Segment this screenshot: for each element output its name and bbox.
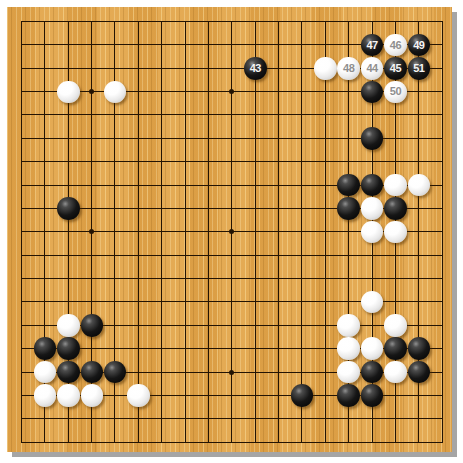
- intersection[interactable]: [337, 430, 360, 453]
- intersection[interactable]: [33, 10, 56, 33]
- intersection[interactable]: [57, 384, 80, 407]
- intersection[interactable]: [220, 80, 243, 103]
- intersection[interactable]: [430, 407, 453, 430]
- intersection[interactable]: [430, 80, 453, 103]
- intersection[interactable]: [337, 10, 360, 33]
- intersection[interactable]: [244, 220, 267, 243]
- intersection[interactable]: [337, 197, 360, 220]
- intersection[interactable]: [33, 337, 56, 360]
- intersection[interactable]: [33, 290, 56, 313]
- intersection[interactable]: [314, 314, 337, 337]
- intersection[interactable]: [80, 314, 103, 337]
- intersection[interactable]: [337, 150, 360, 173]
- intersection[interactable]: [244, 127, 267, 150]
- intersection[interactable]: [174, 337, 197, 360]
- intersection[interactable]: [127, 267, 150, 290]
- intersection[interactable]: [57, 127, 80, 150]
- intersection[interactable]: [290, 33, 313, 56]
- intersection[interactable]: [290, 267, 313, 290]
- intersection[interactable]: [337, 384, 360, 407]
- intersection[interactable]: [150, 314, 173, 337]
- intersection[interactable]: [80, 407, 103, 430]
- intersection[interactable]: [337, 33, 360, 56]
- intersection[interactable]: [407, 103, 430, 126]
- intersection[interactable]: [150, 103, 173, 126]
- intersection[interactable]: [10, 103, 33, 126]
- intersection[interactable]: [80, 80, 103, 103]
- intersection[interactable]: [337, 290, 360, 313]
- intersection[interactable]: [360, 407, 383, 430]
- intersection[interactable]: [127, 10, 150, 33]
- intersection[interactable]: [360, 384, 383, 407]
- intersection[interactable]: [150, 430, 173, 453]
- intersection[interactable]: [33, 33, 56, 56]
- intersection[interactable]: [197, 150, 220, 173]
- intersection[interactable]: [57, 244, 80, 267]
- intersection[interactable]: [267, 10, 290, 33]
- intersection[interactable]: [10, 407, 33, 430]
- intersection[interactable]: [267, 337, 290, 360]
- intersection[interactable]: [57, 220, 80, 243]
- intersection[interactable]: [384, 314, 407, 337]
- intersection[interactable]: [197, 407, 220, 430]
- intersection[interactable]: [103, 244, 126, 267]
- intersection[interactable]: [174, 314, 197, 337]
- intersection[interactable]: [33, 127, 56, 150]
- intersection[interactable]: [290, 430, 313, 453]
- intersection[interactable]: [407, 337, 430, 360]
- intersection[interactable]: [174, 174, 197, 197]
- intersection[interactable]: [197, 430, 220, 453]
- intersection[interactable]: 44: [360, 57, 383, 80]
- intersection[interactable]: [127, 314, 150, 337]
- intersection[interactable]: [33, 220, 56, 243]
- intersection[interactable]: [314, 337, 337, 360]
- intersection[interactable]: [220, 407, 243, 430]
- intersection[interactable]: [384, 220, 407, 243]
- intersection[interactable]: [103, 127, 126, 150]
- intersection[interactable]: [430, 337, 453, 360]
- intersection[interactable]: [384, 10, 407, 33]
- intersection[interactable]: [10, 384, 33, 407]
- intersection[interactable]: [127, 127, 150, 150]
- intersection[interactable]: 45: [384, 57, 407, 80]
- intersection[interactable]: [10, 314, 33, 337]
- intersection[interactable]: [197, 33, 220, 56]
- intersection[interactable]: [244, 197, 267, 220]
- intersection[interactable]: [127, 57, 150, 80]
- intersection[interactable]: [150, 150, 173, 173]
- intersection[interactable]: [244, 267, 267, 290]
- intersection[interactable]: [103, 150, 126, 173]
- intersection[interactable]: [384, 174, 407, 197]
- intersection[interactable]: [127, 80, 150, 103]
- intersection[interactable]: [267, 174, 290, 197]
- intersection[interactable]: [103, 384, 126, 407]
- intersection[interactable]: [220, 150, 243, 173]
- intersection[interactable]: [430, 150, 453, 173]
- intersection[interactable]: [290, 10, 313, 33]
- intersection[interactable]: [197, 244, 220, 267]
- intersection[interactable]: [220, 384, 243, 407]
- intersection[interactable]: [360, 267, 383, 290]
- intersection[interactable]: [220, 174, 243, 197]
- intersection[interactable]: [174, 57, 197, 80]
- intersection[interactable]: [80, 103, 103, 126]
- intersection[interactable]: [430, 314, 453, 337]
- intersection[interactable]: [103, 57, 126, 80]
- intersection[interactable]: [430, 197, 453, 220]
- intersection[interactable]: [314, 360, 337, 383]
- intersection[interactable]: [337, 267, 360, 290]
- intersection[interactable]: 46: [384, 33, 407, 56]
- intersection[interactable]: [197, 220, 220, 243]
- intersection[interactable]: [220, 337, 243, 360]
- intersection[interactable]: [57, 407, 80, 430]
- intersection[interactable]: [407, 290, 430, 313]
- intersection[interactable]: [33, 407, 56, 430]
- intersection[interactable]: [267, 33, 290, 56]
- intersection[interactable]: [174, 384, 197, 407]
- intersection[interactable]: [10, 33, 33, 56]
- intersection[interactable]: [57, 314, 80, 337]
- intersection[interactable]: [150, 33, 173, 56]
- intersection[interactable]: [103, 197, 126, 220]
- intersection[interactable]: [337, 314, 360, 337]
- intersection[interactable]: [57, 57, 80, 80]
- intersection[interactable]: [267, 244, 290, 267]
- intersection[interactable]: [10, 10, 33, 33]
- intersection[interactable]: [127, 174, 150, 197]
- intersection[interactable]: [430, 430, 453, 453]
- intersection[interactable]: [33, 267, 56, 290]
- intersection[interactable]: [290, 57, 313, 80]
- intersection[interactable]: [290, 80, 313, 103]
- intersection[interactable]: [244, 337, 267, 360]
- intersection[interactable]: [407, 220, 430, 243]
- intersection[interactable]: [407, 384, 430, 407]
- intersection[interactable]: [33, 314, 56, 337]
- intersection[interactable]: [150, 174, 173, 197]
- intersection[interactable]: [80, 174, 103, 197]
- intersection[interactable]: [103, 360, 126, 383]
- intersection[interactable]: [244, 33, 267, 56]
- intersection[interactable]: [430, 220, 453, 243]
- intersection[interactable]: 50: [384, 80, 407, 103]
- intersection[interactable]: [360, 103, 383, 126]
- intersection[interactable]: [127, 290, 150, 313]
- go-board-grid[interactable]: 474649434844455150: [10, 10, 454, 454]
- intersection[interactable]: [384, 127, 407, 150]
- intersection[interactable]: [244, 407, 267, 430]
- intersection[interactable]: 48: [337, 57, 360, 80]
- intersection[interactable]: [407, 10, 430, 33]
- intersection[interactable]: [57, 103, 80, 126]
- intersection[interactable]: [360, 197, 383, 220]
- intersection[interactable]: [267, 57, 290, 80]
- intersection[interactable]: [220, 244, 243, 267]
- intersection[interactable]: [33, 150, 56, 173]
- intersection[interactable]: [57, 430, 80, 453]
- intersection[interactable]: [314, 244, 337, 267]
- intersection[interactable]: [80, 220, 103, 243]
- intersection[interactable]: [430, 267, 453, 290]
- intersection[interactable]: [290, 127, 313, 150]
- intersection[interactable]: [384, 384, 407, 407]
- intersection[interactable]: [337, 127, 360, 150]
- intersection[interactable]: [267, 127, 290, 150]
- intersection[interactable]: [407, 174, 430, 197]
- intersection[interactable]: [10, 360, 33, 383]
- intersection[interactable]: [430, 127, 453, 150]
- intersection[interactable]: [244, 384, 267, 407]
- intersection[interactable]: [384, 430, 407, 453]
- intersection[interactable]: [150, 407, 173, 430]
- intersection[interactable]: [150, 360, 173, 383]
- intersection[interactable]: [430, 384, 453, 407]
- intersection[interactable]: [337, 220, 360, 243]
- intersection[interactable]: [174, 430, 197, 453]
- intersection[interactable]: [244, 174, 267, 197]
- intersection[interactable]: [220, 360, 243, 383]
- intersection[interactable]: [33, 103, 56, 126]
- intersection[interactable]: [314, 150, 337, 173]
- intersection[interactable]: [430, 244, 453, 267]
- intersection[interactable]: [127, 384, 150, 407]
- intersection[interactable]: [407, 314, 430, 337]
- intersection[interactable]: 47: [360, 33, 383, 56]
- intersection[interactable]: [290, 244, 313, 267]
- intersection[interactable]: [384, 197, 407, 220]
- intersection[interactable]: [407, 360, 430, 383]
- intersection[interactable]: [314, 290, 337, 313]
- intersection[interactable]: [267, 360, 290, 383]
- intersection[interactable]: [314, 10, 337, 33]
- intersection[interactable]: [360, 360, 383, 383]
- intersection[interactable]: [337, 244, 360, 267]
- intersection[interactable]: [430, 10, 453, 33]
- intersection[interactable]: [220, 220, 243, 243]
- intersection[interactable]: [103, 220, 126, 243]
- intersection[interactable]: 49: [407, 33, 430, 56]
- intersection[interactable]: [360, 150, 383, 173]
- intersection[interactable]: [267, 384, 290, 407]
- intersection[interactable]: [267, 267, 290, 290]
- intersection[interactable]: [407, 244, 430, 267]
- intersection[interactable]: [10, 244, 33, 267]
- intersection[interactable]: [337, 174, 360, 197]
- intersection[interactable]: [407, 127, 430, 150]
- intersection[interactable]: [57, 150, 80, 173]
- intersection[interactable]: [197, 337, 220, 360]
- intersection[interactable]: [127, 430, 150, 453]
- intersection[interactable]: [430, 290, 453, 313]
- intersection[interactable]: [337, 103, 360, 126]
- intersection[interactable]: [174, 103, 197, 126]
- intersection[interactable]: [174, 150, 197, 173]
- intersection[interactable]: [244, 430, 267, 453]
- intersection[interactable]: [290, 220, 313, 243]
- intersection[interactable]: [80, 384, 103, 407]
- intersection[interactable]: [290, 360, 313, 383]
- intersection[interactable]: [314, 220, 337, 243]
- intersection[interactable]: [197, 197, 220, 220]
- intersection[interactable]: [150, 290, 173, 313]
- intersection[interactable]: [197, 80, 220, 103]
- intersection[interactable]: [150, 384, 173, 407]
- intersection[interactable]: [57, 267, 80, 290]
- intersection[interactable]: [314, 33, 337, 56]
- intersection[interactable]: [360, 337, 383, 360]
- intersection[interactable]: [220, 197, 243, 220]
- intersection[interactable]: [290, 150, 313, 173]
- intersection[interactable]: [407, 430, 430, 453]
- intersection[interactable]: 43: [244, 57, 267, 80]
- intersection[interactable]: [267, 150, 290, 173]
- intersection[interactable]: [407, 407, 430, 430]
- intersection[interactable]: [174, 267, 197, 290]
- intersection[interactable]: [33, 197, 56, 220]
- intersection[interactable]: [197, 57, 220, 80]
- intersection[interactable]: [174, 244, 197, 267]
- intersection[interactable]: [10, 127, 33, 150]
- intersection[interactable]: [33, 244, 56, 267]
- intersection[interactable]: [197, 267, 220, 290]
- intersection[interactable]: [127, 244, 150, 267]
- intersection[interactable]: [360, 290, 383, 313]
- intersection[interactable]: [267, 220, 290, 243]
- intersection[interactable]: [80, 337, 103, 360]
- intersection[interactable]: [314, 127, 337, 150]
- intersection[interactable]: [127, 33, 150, 56]
- intersection[interactable]: [80, 430, 103, 453]
- intersection[interactable]: [80, 33, 103, 56]
- intersection[interactable]: [360, 127, 383, 150]
- intersection[interactable]: [314, 267, 337, 290]
- intersection[interactable]: [80, 197, 103, 220]
- intersection[interactable]: [314, 57, 337, 80]
- intersection[interactable]: [430, 103, 453, 126]
- intersection[interactable]: [220, 33, 243, 56]
- intersection[interactable]: [57, 360, 80, 383]
- intersection[interactable]: [220, 430, 243, 453]
- intersection[interactable]: [127, 407, 150, 430]
- intersection[interactable]: [430, 33, 453, 56]
- intersection[interactable]: [314, 407, 337, 430]
- intersection[interactable]: [244, 360, 267, 383]
- intersection[interactable]: [103, 33, 126, 56]
- intersection[interactable]: [10, 150, 33, 173]
- intersection[interactable]: [103, 80, 126, 103]
- intersection[interactable]: [150, 244, 173, 267]
- intersection[interactable]: [150, 220, 173, 243]
- intersection[interactable]: [33, 57, 56, 80]
- intersection[interactable]: [150, 80, 173, 103]
- intersection[interactable]: [244, 314, 267, 337]
- intersection[interactable]: [384, 244, 407, 267]
- intersection[interactable]: [33, 174, 56, 197]
- intersection[interactable]: [337, 407, 360, 430]
- intersection[interactable]: [174, 197, 197, 220]
- intersection[interactable]: [197, 360, 220, 383]
- intersection[interactable]: [127, 337, 150, 360]
- intersection[interactable]: [267, 314, 290, 337]
- intersection[interactable]: [57, 10, 80, 33]
- intersection[interactable]: [174, 127, 197, 150]
- intersection[interactable]: [220, 103, 243, 126]
- intersection[interactable]: [337, 337, 360, 360]
- intersection[interactable]: [360, 174, 383, 197]
- intersection[interactable]: [244, 290, 267, 313]
- intersection[interactable]: [57, 80, 80, 103]
- intersection[interactable]: [174, 10, 197, 33]
- intersection[interactable]: [197, 127, 220, 150]
- intersection[interactable]: [197, 384, 220, 407]
- intersection[interactable]: [57, 337, 80, 360]
- intersection[interactable]: [267, 430, 290, 453]
- intersection[interactable]: [150, 127, 173, 150]
- intersection[interactable]: [10, 337, 33, 360]
- intersection[interactable]: [174, 33, 197, 56]
- intersection[interactable]: [360, 80, 383, 103]
- intersection[interactable]: [80, 10, 103, 33]
- intersection[interactable]: [57, 197, 80, 220]
- intersection[interactable]: [220, 290, 243, 313]
- intersection[interactable]: [290, 314, 313, 337]
- intersection[interactable]: [197, 290, 220, 313]
- intersection[interactable]: [337, 360, 360, 383]
- intersection[interactable]: [80, 244, 103, 267]
- intersection[interactable]: [57, 33, 80, 56]
- intersection[interactable]: [80, 57, 103, 80]
- intersection[interactable]: [384, 103, 407, 126]
- intersection[interactable]: [267, 80, 290, 103]
- intersection[interactable]: [103, 10, 126, 33]
- intersection[interactable]: [244, 80, 267, 103]
- intersection[interactable]: [290, 290, 313, 313]
- intersection[interactable]: [290, 103, 313, 126]
- intersection[interactable]: [267, 290, 290, 313]
- intersection[interactable]: 51: [407, 57, 430, 80]
- intersection[interactable]: [127, 220, 150, 243]
- intersection[interactable]: [384, 360, 407, 383]
- intersection[interactable]: [10, 57, 33, 80]
- intersection[interactable]: [10, 220, 33, 243]
- intersection[interactable]: [267, 103, 290, 126]
- intersection[interactable]: [174, 360, 197, 383]
- intersection[interactable]: [360, 314, 383, 337]
- intersection[interactable]: [10, 80, 33, 103]
- intersection[interactable]: [57, 290, 80, 313]
- intersection[interactable]: [33, 80, 56, 103]
- intersection[interactable]: [384, 290, 407, 313]
- intersection[interactable]: [407, 80, 430, 103]
- intersection[interactable]: [290, 197, 313, 220]
- intersection[interactable]: [430, 57, 453, 80]
- intersection[interactable]: [220, 57, 243, 80]
- intersection[interactable]: [103, 267, 126, 290]
- intersection[interactable]: [127, 197, 150, 220]
- intersection[interactable]: [290, 407, 313, 430]
- intersection[interactable]: [430, 360, 453, 383]
- intersection[interactable]: [407, 267, 430, 290]
- intersection[interactable]: [103, 103, 126, 126]
- intersection[interactable]: [244, 150, 267, 173]
- intersection[interactable]: [314, 174, 337, 197]
- intersection[interactable]: [220, 10, 243, 33]
- intersection[interactable]: [220, 127, 243, 150]
- intersection[interactable]: [127, 360, 150, 383]
